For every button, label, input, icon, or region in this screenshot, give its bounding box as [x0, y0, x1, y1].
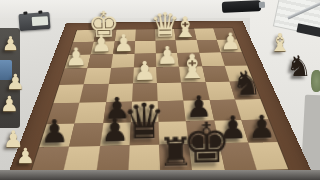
device-connector — [259, 2, 265, 8]
black-pawn[interactable]: ♟ — [40, 115, 69, 148]
square-g2[interactable]: ♟ — [91, 41, 115, 54]
square-e2[interactable] — [134, 41, 156, 54]
square-g4[interactable] — [84, 68, 111, 84]
square-c8[interactable]: ♚ — [189, 144, 225, 172]
black-device — [222, 0, 262, 13]
square-e8[interactable] — [128, 145, 160, 173]
chessboard-grid: ♚♛♝♟♟♟♟♟♟♝♞♟♟♟♟♛♟♟♜♚ — [30, 28, 288, 176]
square-c4[interactable]: ♝ — [179, 66, 205, 82]
square-g3[interactable] — [88, 54, 113, 69]
captured-white-pawn: ♟ — [16, 146, 35, 167]
square-e4[interactable]: ♟ — [133, 67, 157, 83]
square-h4[interactable] — [59, 68, 87, 84]
square-f3[interactable] — [111, 53, 135, 67]
square-a2[interactable]: ♟ — [216, 39, 241, 52]
captured-white-pawn: ♟ — [0, 94, 19, 115]
white-bishop[interactable]: ♝ — [173, 12, 199, 41]
square-c1[interactable]: ♝ — [174, 29, 196, 41]
square-f4[interactable] — [108, 68, 133, 84]
captured-white-pawn: ♟ — [2, 34, 19, 53]
clock-display — [32, 16, 49, 26]
white-pawn[interactable]: ♟ — [113, 31, 134, 54]
white-pawn[interactable]: ♟ — [91, 31, 112, 54]
square-e7[interactable]: ♛ — [129, 121, 159, 145]
clock-button-left[interactable] — [23, 11, 27, 14]
clock-button-right[interactable] — [38, 10, 42, 13]
photo-scene: ♚♛♝♟♟♟♟♟♟♝♞♟♟♟♟♛♟♟♜♚ ♟♟♟ ♟♟ ♝♞ — [0, 0, 320, 180]
square-d3[interactable]: ♟ — [156, 53, 179, 67]
square-h3[interactable]: ♟ — [65, 54, 91, 69]
square-a5[interactable]: ♞ — [229, 81, 260, 99]
green-object — [311, 70, 320, 92]
square-h5[interactable] — [54, 84, 84, 103]
white-pawn[interactable]: ♟ — [156, 43, 178, 68]
chess-clock[interactable] — [18, 12, 50, 31]
square-f2[interactable]: ♟ — [113, 41, 135, 54]
table-front-edge — [0, 170, 320, 180]
captured-white-pawn: ♟ — [6, 72, 25, 93]
black-rook[interactable]: ♜ — [158, 132, 194, 172]
white-bishop[interactable]: ♝ — [177, 49, 208, 83]
black-knight[interactable]: ♞ — [231, 66, 262, 100]
white-pawn[interactable]: ♟ — [133, 58, 157, 84]
square-g7[interactable] — [69, 123, 102, 147]
white-pawn[interactable]: ♟ — [65, 45, 88, 70]
black-pawn[interactable]: ♟ — [100, 114, 129, 146]
black-pawn[interactable]: ♟ — [247, 111, 276, 143]
white-pawn[interactable]: ♟ — [220, 30, 241, 53]
captured-black-knight: ♞ — [286, 52, 312, 81]
square-d8[interactable]: ♜ — [159, 144, 192, 172]
square-f7[interactable]: ♟ — [99, 122, 130, 146]
